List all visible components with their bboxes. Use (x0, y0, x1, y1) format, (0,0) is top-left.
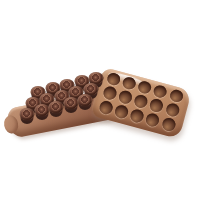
chocolate-body (46, 88, 59, 98)
chocolate-piece (74, 75, 89, 91)
chocolate-piece (60, 79, 75, 95)
mold-cavity (145, 112, 161, 127)
mold-cavity (102, 85, 118, 100)
mold-cavity (149, 98, 165, 113)
chocolate-piece (45, 82, 60, 98)
chocolate-body (32, 92, 45, 102)
mold-cavity (161, 117, 177, 132)
tray-wavy-handle (3, 114, 20, 134)
product-photo (0, 0, 200, 200)
chocolate-body (61, 85, 74, 95)
chocolate-body (75, 81, 88, 91)
mold-cavity (165, 102, 181, 117)
mold-cavity (117, 90, 133, 105)
mold-cavity (168, 88, 184, 103)
mold-cavity (133, 94, 149, 109)
mold-cavity (98, 100, 114, 115)
mold-cavity (137, 80, 153, 95)
chocolate-swirl-top (45, 82, 60, 94)
chocolate-swirl-top (60, 79, 75, 91)
back-mold-cavities (103, 67, 192, 91)
mold-cavity (129, 108, 145, 123)
mold-cavity (153, 84, 169, 99)
back-empty-mold (90, 67, 192, 139)
chocolate-piece (31, 86, 46, 102)
mold-cavity (114, 104, 130, 119)
chocolate-swirl-top (31, 86, 46, 98)
chocolate-swirl-top (74, 75, 89, 87)
